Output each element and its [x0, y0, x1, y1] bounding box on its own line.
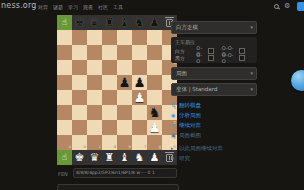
square-f3[interactable]: [132, 105, 147, 120]
square-b2[interactable]: [72, 120, 87, 135]
square-b1[interactable]: b: [72, 135, 87, 150]
square-d5[interactable]: [102, 75, 117, 90]
square-c1[interactable]: c: [87, 135, 102, 150]
chevron-down-icon: ▾: [250, 84, 253, 95]
square-d6[interactable]: [102, 60, 117, 75]
white-pawn[interactable]: ♟: [147, 120, 162, 135]
spare-white-knight[interactable]: ♞: [132, 150, 147, 165]
link-label: 以此局面继续对弈: [179, 145, 223, 152]
spare-white-queen[interactable]: ♛: [87, 150, 102, 165]
spare-white-pawn[interactable]: ♟: [147, 150, 162, 165]
spare-white-rook[interactable]: ♜: [102, 150, 117, 165]
floating-widget-button[interactable]: [291, 70, 304, 91]
castling-side-label: 黑方: [175, 55, 196, 61]
square-g1[interactable]: g: [147, 135, 162, 150]
square-a6[interactable]: [57, 60, 72, 75]
square-g7[interactable]: [147, 45, 162, 60]
chevron-down-icon: ▾: [250, 22, 253, 33]
square-f6[interactable]: [132, 60, 147, 75]
analysis-icon: ◉: [171, 112, 179, 118]
link-swords[interactable]: ⚔继续对弈: [171, 120, 257, 130]
file-coordinate: f: [145, 145, 146, 149]
position-select[interactable]: 局面 ▾: [171, 67, 257, 80]
link-label: 翻转棋盘: [179, 102, 201, 109]
square-a8[interactable]: [57, 30, 72, 45]
screenshot-icon: ▣: [171, 132, 179, 138]
top-nav-bar: ness.org 对弈谜题学习观看社区工具 ⚙: [0, 0, 304, 14]
square-e7[interactable]: [117, 45, 132, 60]
spare-black-bishop[interactable]: ♝: [117, 15, 132, 30]
square-e6[interactable]: [117, 60, 132, 75]
editor-action-links: ⇅翻转棋盘◉分析局面⚔继续对弈▣局面截图▸以此局面继续对弈✎研究: [171, 100, 257, 163]
square-e8[interactable]: [117, 30, 132, 45]
square-e4[interactable]: [117, 90, 132, 105]
flip-icon: ⇅: [171, 102, 179, 108]
square-d1[interactable]: d: [102, 135, 117, 150]
spare-white-king[interactable]: ♚: [72, 150, 87, 165]
spare-black-queen[interactable]: ♛: [87, 15, 102, 30]
square-d7[interactable]: [102, 45, 117, 60]
fen-input[interactable]: 8/8/8/4pp2/5P2/6n1/6P1/8 w - - 0 1: [73, 168, 177, 178]
black-knight[interactable]: ♞: [147, 105, 162, 120]
square-a2[interactable]: [57, 120, 72, 135]
square-c2[interactable]: [87, 120, 102, 135]
file-coordinate: c: [99, 145, 101, 149]
editor-side-panel: 白方走棋 ▾ 王车易位 白方O-OO-O-O黑方O-OO-O-O 局面 ▾ 变体…: [171, 21, 257, 163]
square-f7[interactable]: [132, 45, 147, 60]
menu-item-0[interactable]: 对弈: [38, 4, 48, 10]
link-flip[interactable]: ⇅翻转棋盘: [171, 100, 257, 110]
square-b7[interactable]: [72, 45, 87, 60]
square-a7[interactable]: [57, 45, 72, 60]
file-coordinate: d: [113, 145, 116, 149]
square-c8[interactable]: [87, 30, 102, 45]
castle-long-label: O-O-O: [222, 52, 237, 64]
black-pawn[interactable]: ♟: [132, 75, 147, 90]
spare-black-pawn[interactable]: ♟: [147, 15, 162, 30]
spare-pieces-white: ☝♚♛♜♝♞♟: [57, 150, 177, 165]
link-label: 继续对弈: [179, 122, 201, 129]
square-e3[interactable]: [117, 105, 132, 120]
black-pawn[interactable]: ♟: [117, 75, 132, 90]
fen-row: FEN 8/8/8/4pp2/5P2/6n1/6P1/8 w - - 0 1: [57, 168, 179, 179]
square-d3[interactable]: [102, 105, 117, 120]
link-label: 分析局面: [179, 112, 201, 119]
square-b4[interactable]: [72, 90, 87, 105]
square-f1[interactable]: f: [132, 135, 147, 150]
square-e2[interactable]: [117, 120, 132, 135]
square-a3[interactable]: [57, 105, 72, 120]
spare-black-king[interactable]: ♚: [72, 15, 87, 30]
square-f4[interactable]: ♟: [132, 90, 147, 105]
gear-icon[interactable]: ⚙: [284, 1, 290, 11]
spare-black-knight[interactable]: ♞: [132, 15, 147, 30]
chevron-down-icon: ▾: [250, 68, 253, 79]
signin-button-partial[interactable]: [297, 2, 304, 11]
turn-select[interactable]: 白方走棋 ▾: [171, 21, 257, 34]
menu-item-2[interactable]: 学习: [68, 4, 78, 10]
square-d4[interactable]: [102, 90, 117, 105]
study-icon: ✎: [171, 155, 179, 161]
hand-pointer-tool[interactable]: ☝: [57, 15, 72, 30]
square-a5[interactable]: [57, 75, 72, 90]
link-label: 研究: [179, 155, 190, 162]
link-play[interactable]: ▸以此局面继续对弈: [171, 143, 257, 153]
square-g3[interactable]: ♞: [147, 105, 162, 120]
variant-select[interactable]: 变体 | Standard ▾: [171, 83, 257, 96]
url-input-partial[interactable]: [57, 184, 179, 190]
position-select-value: 局面: [176, 70, 187, 76]
link-analysis[interactable]: ◉分析局面: [171, 110, 257, 120]
castle-short-checkbox[interactable]: [208, 55, 214, 61]
square-g2[interactable]: ♟: [147, 120, 162, 135]
turn-select-value: 白方走棋: [176, 24, 198, 30]
square-b8[interactable]: [72, 30, 87, 45]
menu-item-4[interactable]: 社区: [98, 4, 108, 10]
castle-long-checkbox[interactable]: [239, 55, 245, 61]
square-f5[interactable]: ♟: [132, 75, 147, 90]
castling-side-label: 白方: [175, 48, 196, 54]
square-a4[interactable]: [57, 90, 72, 105]
square-g5[interactable]: [147, 75, 162, 90]
square-c6[interactable]: [87, 60, 102, 75]
square-e5[interactable]: ♟: [117, 75, 132, 90]
fen-label: FEN: [58, 171, 68, 177]
spare-white-bishop[interactable]: ♝: [117, 150, 132, 165]
play-icon: ▸: [171, 145, 179, 151]
square-c4[interactable]: [87, 90, 102, 105]
square-g8[interactable]: [147, 30, 162, 45]
link-study[interactable]: ✎研究: [171, 153, 257, 163]
square-e1[interactable]: e: [117, 135, 132, 150]
square-c5[interactable]: [87, 75, 102, 90]
menu-item-3[interactable]: 观看: [83, 4, 93, 10]
search-icon[interactable]: [274, 4, 279, 9]
square-g4[interactable]: [147, 90, 162, 105]
spare-black-rook[interactable]: ♜: [102, 15, 117, 30]
file-coordinate: b: [83, 145, 86, 149]
variant-select-value: 变体 | Standard: [176, 86, 217, 92]
castling-section: 王车易位 白方O-OO-O-O黑方O-OO-O-O: [171, 37, 257, 63]
castling-row-black: 黑方O-OO-O-O: [175, 54, 253, 61]
spare-pieces-black: ☝♚♛♜♝♞♟: [57, 15, 177, 30]
file-coordinate: g: [158, 145, 161, 149]
square-c7[interactable]: [87, 45, 102, 60]
castle-short-label: O-O: [196, 52, 206, 64]
menu-item-1[interactable]: 谜题: [53, 4, 63, 10]
link-label: 局面截图: [179, 132, 201, 139]
site-logo[interactable]: ness.org: [1, 1, 37, 10]
file-coordinate: e: [129, 145, 131, 149]
square-b5[interactable]: [72, 75, 87, 90]
hand-pointer-tool[interactable]: ☝: [57, 150, 72, 165]
square-g6[interactable]: [147, 60, 162, 75]
white-pawn[interactable]: ♟: [132, 90, 147, 105]
link-screenshot[interactable]: ▣局面截图: [171, 130, 257, 140]
square-d2[interactable]: [102, 120, 117, 135]
chessboard: 876♟♟5♟4♞3♟2abcdefg1h: [57, 30, 177, 150]
file-coordinate: a: [69, 145, 71, 149]
square-f8[interactable]: [132, 30, 147, 45]
swords-icon: ⚔: [171, 122, 179, 128]
menu-item-5[interactable]: 工具: [113, 4, 123, 10]
square-c3[interactable]: [87, 105, 102, 120]
square-f2[interactable]: [132, 120, 147, 135]
main-menu: 对弈谜题学习观看社区工具: [38, 4, 123, 10]
square-a1[interactable]: a: [57, 135, 72, 150]
square-b3[interactable]: [72, 105, 87, 120]
square-b6[interactable]: [72, 60, 87, 75]
square-d8[interactable]: [102, 30, 117, 45]
